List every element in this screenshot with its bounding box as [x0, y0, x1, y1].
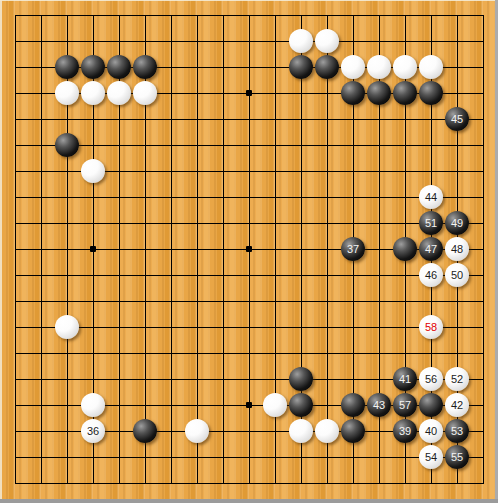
stone-black-c17r9-move-51[interactable]: 51 — [419, 211, 443, 235]
stone-black-c14r16[interactable] — [341, 393, 365, 417]
stone-black-c16r17-move-39[interactable]: 39 — [393, 419, 417, 443]
stone-white-c18r16-move-42[interactable]: 42 — [445, 393, 469, 417]
star-point — [246, 402, 252, 408]
move-number: 36 — [87, 426, 99, 437]
stone-white-c18r15-move-52[interactable]: 52 — [445, 367, 469, 391]
stone-black-c5r3[interactable] — [107, 55, 131, 79]
stone-black-c15r16-move-43[interactable]: 43 — [367, 393, 391, 417]
stone-black-c16r10[interactable] — [393, 237, 417, 261]
move-number: 55 — [451, 452, 463, 463]
stone-black-c14r17[interactable] — [341, 419, 365, 443]
move-number: 49 — [451, 218, 463, 229]
board-edge-bottom — [0, 499, 498, 503]
stone-black-c16r16-move-57[interactable]: 57 — [393, 393, 417, 417]
move-number: 46 — [425, 270, 437, 281]
stone-black-c4r3[interactable] — [81, 55, 105, 79]
move-number: 41 — [399, 374, 411, 385]
stone-black-c17r4[interactable] — [419, 81, 443, 105]
stone-white-c16r3[interactable] — [393, 55, 417, 79]
move-number: 43 — [373, 400, 385, 411]
stone-black-c14r4[interactable] — [341, 81, 365, 105]
stone-white-c4r17-move-36[interactable]: 36 — [81, 419, 105, 443]
move-number: 52 — [451, 374, 463, 385]
stone-black-c18r5-move-45[interactable]: 45 — [445, 107, 469, 131]
stone-white-c8r17[interactable] — [185, 419, 209, 443]
move-number: 45 — [451, 114, 463, 125]
stone-black-c6r17[interactable] — [133, 419, 157, 443]
stone-black-c17r16[interactable] — [419, 393, 443, 417]
move-number: 53 — [451, 426, 463, 437]
stone-white-c13r17[interactable] — [315, 419, 339, 443]
stone-white-c6r4[interactable] — [133, 81, 157, 105]
stone-white-c17r17-move-40[interactable]: 40 — [419, 419, 443, 443]
stone-white-c18r11-move-50[interactable]: 50 — [445, 263, 469, 287]
move-number: 39 — [399, 426, 411, 437]
stone-white-c18r10-move-48[interactable]: 48 — [445, 237, 469, 261]
move-number: 54 — [425, 452, 437, 463]
move-number: 47 — [425, 244, 437, 255]
stone-white-c17r3[interactable] — [419, 55, 443, 79]
go-board[interactable]: 4544514937474846505841565243574236394053… — [0, 0, 498, 503]
stone-white-c3r4[interactable] — [55, 81, 79, 105]
move-number: 44 — [425, 192, 437, 203]
stone-white-c17r8-move-44[interactable]: 44 — [419, 185, 443, 209]
stone-white-c4r4[interactable] — [81, 81, 105, 105]
stone-white-c4r7[interactable] — [81, 159, 105, 183]
stone-white-c14r3[interactable] — [341, 55, 365, 79]
stone-black-c16r4[interactable] — [393, 81, 417, 105]
stone-white-c12r17[interactable] — [289, 419, 313, 443]
stone-black-c13r3[interactable] — [315, 55, 339, 79]
stone-white-c12r2[interactable] — [289, 29, 313, 53]
stone-white-c5r4[interactable] — [107, 81, 131, 105]
star-point — [246, 246, 252, 252]
stone-black-c12r3[interactable] — [289, 55, 313, 79]
stone-black-c18r18-move-55[interactable]: 55 — [445, 445, 469, 469]
stone-white-c17r18-move-54[interactable]: 54 — [419, 445, 443, 469]
stone-white-c17r13-move-58[interactable]: 58 — [419, 315, 443, 339]
stone-black-c15r4[interactable] — [367, 81, 391, 105]
stone-black-c16r15-move-41[interactable]: 41 — [393, 367, 417, 391]
move-number: 58 — [425, 322, 437, 333]
stone-white-c13r2[interactable] — [315, 29, 339, 53]
stone-black-c18r9-move-49[interactable]: 49 — [445, 211, 469, 235]
stone-white-c4r16[interactable] — [81, 393, 105, 417]
move-number: 37 — [347, 244, 359, 255]
stone-black-c12r16[interactable] — [289, 393, 313, 417]
move-number: 51 — [425, 218, 437, 229]
stone-black-c3r3[interactable] — [55, 55, 79, 79]
board-edge-top — [0, 0, 498, 1]
move-number: 40 — [425, 426, 437, 437]
move-number: 57 — [399, 400, 411, 411]
stone-white-c15r3[interactable] — [367, 55, 391, 79]
star-point — [246, 90, 252, 96]
stone-white-c11r16[interactable] — [263, 393, 287, 417]
stone-white-c17r11-move-46[interactable]: 46 — [419, 263, 443, 287]
move-number: 42 — [451, 400, 463, 411]
stone-white-c3r13[interactable] — [55, 315, 79, 339]
stone-white-c17r15-move-56[interactable]: 56 — [419, 367, 443, 391]
move-number: 56 — [425, 374, 437, 385]
stone-black-c18r17-move-53[interactable]: 53 — [445, 419, 469, 443]
board-edge-left — [0, 0, 2, 503]
star-point — [90, 246, 96, 252]
stone-black-c3r6[interactable] — [55, 133, 79, 157]
stone-black-c14r10-move-37[interactable]: 37 — [341, 237, 365, 261]
stone-black-c6r3[interactable] — [133, 55, 157, 79]
move-number: 50 — [451, 270, 463, 281]
stone-black-c17r10-move-47[interactable]: 47 — [419, 237, 443, 261]
move-number: 48 — [451, 244, 463, 255]
stone-black-c12r15[interactable] — [289, 367, 313, 391]
